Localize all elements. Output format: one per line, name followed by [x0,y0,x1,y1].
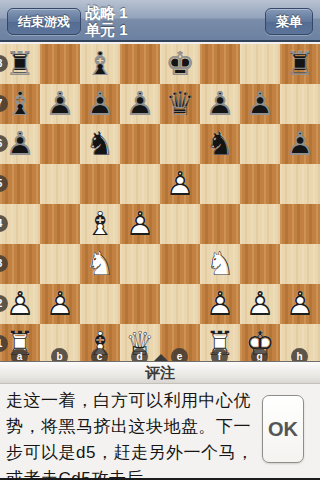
end-game-button[interactable]: 结束游戏 [7,8,81,35]
black-pawn: ♟ [200,84,240,124]
black-pawn: ♟ [0,124,40,164]
white-pawn: ♟ [160,164,200,204]
black-rook-outline: ♖ [0,44,40,84]
square-f6[interactable]: ♞♘ [200,124,240,164]
square-b8[interactable] [40,44,80,84]
black-bishop-outline: ♗ [80,44,120,84]
black-pawn: ♟ [80,84,120,124]
nav-title-line1: 战略 1 [85,4,128,21]
square-g6[interactable] [240,124,280,164]
square-f1[interactable]: ♜♖ [200,324,240,364]
square-h2[interactable]: ♟♙ [280,284,320,324]
white-pawn-outline: ♙ [240,284,280,324]
black-pawn: ♟ [240,84,280,124]
square-d6[interactable] [120,124,160,164]
square-h4[interactable] [280,204,320,244]
square-h3[interactable] [280,244,320,284]
white-bishop-outline: ♗ [80,204,120,244]
square-d8[interactable] [120,44,160,84]
square-e8[interactable]: ♚♔ [160,44,200,84]
square-h1[interactable] [280,324,320,364]
white-knight: ♞ [200,244,240,284]
black-pawn-outline: ♙ [0,124,40,164]
white-rook-outline: ♖ [0,324,40,364]
square-d7[interactable]: ♟♙ [120,84,160,124]
square-f5[interactable] [200,164,240,204]
square-b3[interactable] [40,244,80,284]
square-e5[interactable]: ♟♙ [160,164,200,204]
square-g8[interactable] [240,44,280,84]
chess-board: ♜♖♝♗♚♔♜♖♝♗♟♙♟♙♟♙♛♕♟♙♟♙♟♙♞♘♞♘♟♙♟♙♝♗♟♙♞♘♞♘… [0,44,320,364]
white-pawn: ♟ [200,284,240,324]
square-b7[interactable]: ♟♙ [40,84,80,124]
black-pawn-outline: ♙ [40,84,80,124]
white-pawn-outline: ♙ [0,284,40,324]
white-pawn: ♟ [40,284,80,324]
square-c3[interactable]: ♞♘ [80,244,120,284]
white-king-outline: ♔ [240,324,280,364]
square-d5[interactable] [120,164,160,204]
square-e3[interactable] [160,244,200,284]
black-pawn: ♟ [280,124,320,164]
square-a4[interactable] [0,204,40,244]
white-pawn-outline: ♙ [160,164,200,204]
square-g2[interactable]: ♟♙ [240,284,280,324]
white-rook-outline: ♖ [200,324,240,364]
square-a1[interactable]: ♜♖ [0,324,40,364]
square-a6[interactable]: ♟♙ [0,124,40,164]
nav-bar: 结束游戏 战略 1 单元 1 菜单 [0,0,320,42]
square-g3[interactable] [240,244,280,284]
square-e4[interactable] [160,204,200,244]
square-f8[interactable] [200,44,240,84]
commentary-header: 评注 [0,362,320,384]
square-e2[interactable] [160,284,200,324]
black-queen-outline: ♕ [160,84,200,124]
black-pawn-outline: ♙ [240,84,280,124]
square-c2[interactable] [80,284,120,324]
square-a5[interactable] [0,164,40,204]
black-bishop-outline: ♗ [0,84,40,124]
white-knight-outline: ♘ [200,244,240,284]
square-g5[interactable] [240,164,280,204]
square-c7[interactable]: ♟♙ [80,84,120,124]
square-e7[interactable]: ♛♕ [160,84,200,124]
square-c8[interactable]: ♝♗ [80,44,120,84]
white-pawn-outline: ♙ [200,284,240,324]
black-pawn: ♟ [40,84,80,124]
white-pawn: ♟ [240,284,280,324]
white-bishop: ♝ [80,324,120,364]
black-knight: ♞ [200,124,240,164]
black-rook-outline: ♖ [280,44,320,84]
nav-title: 战略 1 单元 1 [85,4,128,38]
white-bishop: ♝ [80,204,120,244]
white-pawn-outline: ♙ [280,284,320,324]
square-h8[interactable]: ♜♖ [280,44,320,84]
square-h6[interactable]: ♟♙ [280,124,320,164]
black-knight-outline: ♘ [80,124,120,164]
black-pawn-outline: ♙ [200,84,240,124]
square-g7[interactable]: ♟♙ [240,84,280,124]
square-e6[interactable] [160,124,200,164]
nav-title-line2: 单元 1 [85,21,128,38]
panel-pointer-up-icon [154,354,168,361]
black-pawn-outline: ♙ [120,84,160,124]
white-bishop-outline: ♗ [80,324,120,364]
square-a7[interactable]: ♝♗ [0,84,40,124]
square-g1[interactable]: ♚♔ [240,324,280,364]
square-g4[interactable] [240,204,280,244]
square-a8[interactable]: ♜♖ [0,44,40,84]
black-king: ♚ [160,44,200,84]
commentary-panel: 评注 走这一着，白方可以利用中心优势，将黑马挤出这块地盘。下一步可以是d5，赶走… [0,361,320,480]
white-knight-outline: ♘ [80,244,120,284]
black-rook: ♜ [0,44,40,84]
square-c4[interactable]: ♝♗ [80,204,120,244]
white-knight: ♞ [80,244,120,284]
white-pawn-outline: ♙ [120,204,160,244]
white-pawn: ♟ [280,284,320,324]
black-queen: ♛ [160,84,200,124]
square-a3[interactable] [0,244,40,284]
square-b4[interactable] [40,204,80,244]
square-b6[interactable] [40,124,80,164]
square-a2[interactable]: ♟♙ [0,284,40,324]
square-b2[interactable]: ♟♙ [40,284,80,324]
square-d2[interactable] [120,284,160,324]
white-pawn: ♟ [120,204,160,244]
black-knight: ♞ [80,124,120,164]
square-d3[interactable] [120,244,160,284]
square-h7[interactable] [280,84,320,124]
commentary-text: 走这一着，白方可以利用中心优势，将黑马挤出这块地盘。下一步可以是d5，赶走另外一… [6,388,258,480]
black-pawn: ♟ [120,84,160,124]
white-rook: ♜ [200,324,240,364]
square-f7[interactable]: ♟♙ [200,84,240,124]
square-b1[interactable] [40,324,80,364]
square-h5[interactable] [280,164,320,204]
menu-button[interactable]: 菜单 [265,8,313,35]
white-pawn-outline: ♙ [40,284,80,324]
square-c1[interactable]: ♝♗ [80,324,120,364]
square-c6[interactable]: ♞♘ [80,124,120,164]
black-bishop: ♝ [80,44,120,84]
white-rook: ♜ [0,324,40,364]
square-d4[interactable]: ♟♙ [120,204,160,244]
black-pawn-outline: ♙ [280,124,320,164]
black-king-outline: ♔ [160,44,200,84]
black-pawn-outline: ♙ [80,84,120,124]
black-bishop: ♝ [0,84,40,124]
ok-button[interactable]: OK [262,395,304,463]
square-f2[interactable]: ♟♙ [200,284,240,324]
square-f3[interactable]: ♞♘ [200,244,240,284]
square-f4[interactable] [200,204,240,244]
square-c5[interactable] [80,164,120,204]
square-b5[interactable] [40,164,80,204]
white-king: ♚ [240,324,280,364]
black-rook: ♜ [280,44,320,84]
white-pawn: ♟ [0,284,40,324]
black-knight-outline: ♘ [200,124,240,164]
